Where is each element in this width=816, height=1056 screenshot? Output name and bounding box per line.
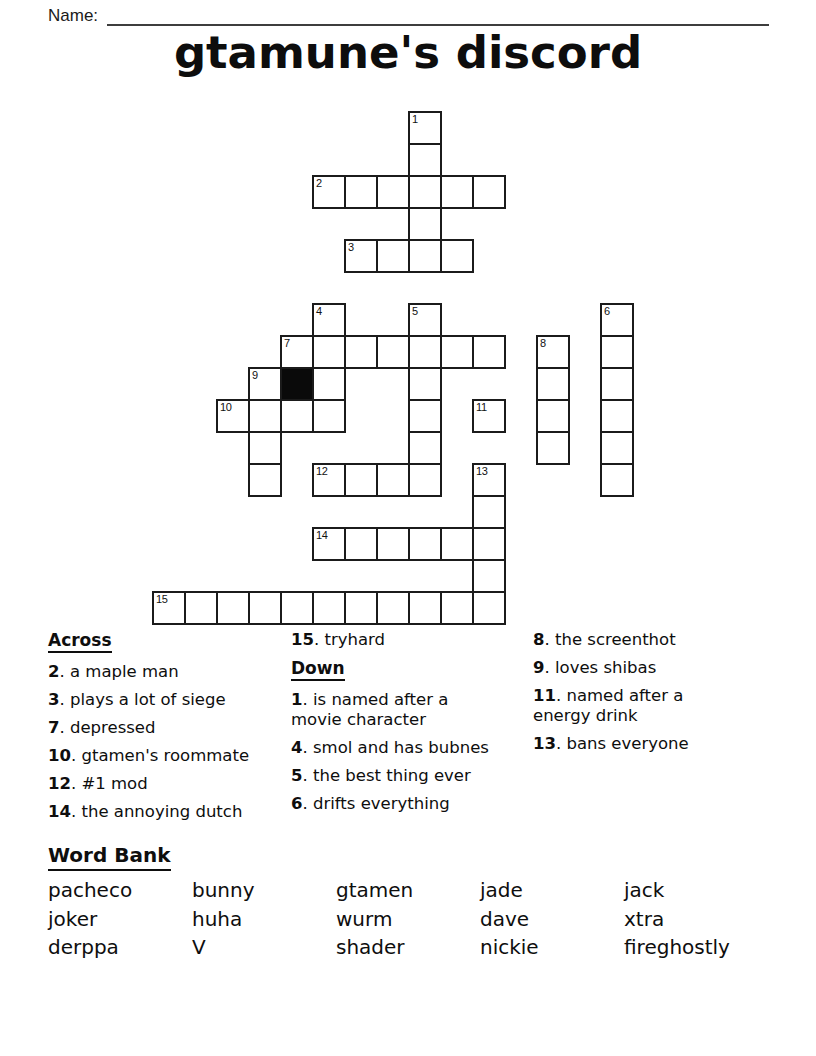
clues-heading-across-label: Across xyxy=(48,630,112,653)
grid-cell-r2c9[interactable] xyxy=(440,175,474,209)
grid-cell-r7c6[interactable] xyxy=(344,335,378,369)
word-bank-word-dave: dave xyxy=(480,907,624,936)
clue-down-9-text: . loves shibas xyxy=(544,658,656,677)
clue-down-5-number: 5 xyxy=(291,766,302,785)
clue-across-2-number: 2 xyxy=(48,662,59,681)
grid-cell-r15c9[interactable] xyxy=(440,591,474,625)
word-bank-word-nickie: nickie xyxy=(480,935,624,964)
clue-down-9-number: 9 xyxy=(533,658,544,677)
grid-cell-r7c10[interactable] xyxy=(472,335,506,369)
clue-across-15: 15. tryhard xyxy=(291,630,491,650)
clue-down-11: 11. named after a energy drink xyxy=(533,686,725,725)
clues-column-across: Across2. a maple man3. plays a lot of si… xyxy=(48,630,293,830)
clue-across-14-number: 14 xyxy=(48,802,71,821)
clue-down-13: 13. bans everyone xyxy=(533,734,725,754)
clue-down-8-number: 8 xyxy=(533,630,544,649)
grid-cell-r4c7[interactable] xyxy=(376,239,410,273)
clue-down-8: 8. the screenthot xyxy=(533,630,725,650)
clue-number-1: 1 xyxy=(412,113,418,125)
grid-cell-r9c8[interactable] xyxy=(408,399,442,433)
grid-cell-r8c12[interactable] xyxy=(536,367,570,401)
clue-across-7-text: . depressed xyxy=(59,718,155,737)
clue-across-15-text: . tryhard xyxy=(314,630,385,649)
grid-cell-r15c5[interactable] xyxy=(312,591,346,625)
grid-cell-r6c5[interactable]: 4 xyxy=(312,303,346,337)
clue-down-13-number: 13 xyxy=(533,734,556,753)
clue-number-8: 8 xyxy=(540,337,546,349)
grid-cell-r13c5[interactable]: 14 xyxy=(312,527,346,561)
grid-cell-r2c7[interactable] xyxy=(376,175,410,209)
clue-down-6-number: 6 xyxy=(291,794,302,813)
word-bank-words: pachecobunnygtamenjadejackjokerhuhawurmd… xyxy=(48,878,776,964)
clue-number-4: 4 xyxy=(316,305,322,317)
clue-down-5: 5. the best thing ever xyxy=(291,766,491,786)
clue-down-1: 1. is named after a movie character xyxy=(291,690,491,729)
clue-number-5: 5 xyxy=(412,305,418,317)
clue-across-10: 10. gtamen's roommate xyxy=(48,746,293,766)
clue-down-5-text: . the best thing ever xyxy=(302,766,470,785)
grid-cell-r10c12[interactable] xyxy=(536,431,570,465)
grid-cell-r13c7[interactable] xyxy=(376,527,410,561)
grid-cell-r11c10[interactable]: 13 xyxy=(472,463,506,497)
word-bank-word-xtra: xtra xyxy=(624,907,776,936)
grid-cell-r7c12[interactable]: 8 xyxy=(536,335,570,369)
word-bank-word-wurm: wurm xyxy=(336,907,480,936)
clue-across-12-text: . #1 mod xyxy=(71,774,148,793)
grid-cell-r2c8[interactable] xyxy=(408,175,442,209)
clue-across-7-number: 7 xyxy=(48,718,59,737)
clue-number-12: 12 xyxy=(316,465,328,477)
clue-down-8-text: . the screenthot xyxy=(544,630,675,649)
clue-down-9: 9. loves shibas xyxy=(533,658,725,678)
grid-cell-r3c8[interactable] xyxy=(408,207,442,241)
grid-cell-r11c6[interactable] xyxy=(344,463,378,497)
grid-cell-r9c14[interactable] xyxy=(600,399,634,433)
clues-heading-across: Across xyxy=(48,630,293,653)
grid-cell-r2c5[interactable]: 2 xyxy=(312,175,346,209)
puzzle-title: gtamune's discord xyxy=(0,26,816,79)
word-bank-word-jack: jack xyxy=(624,878,776,907)
grid-cell-r15c2[interactable] xyxy=(216,591,250,625)
clue-across-15-number: 15 xyxy=(291,630,314,649)
clue-down-13-text: . bans everyone xyxy=(556,734,689,753)
grid-cell-r2c6[interactable] xyxy=(344,175,378,209)
clue-number-3: 3 xyxy=(348,241,354,253)
grid-cell-r9c2[interactable]: 10 xyxy=(216,399,250,433)
grid-cell-r12c10[interactable] xyxy=(472,495,506,529)
word-bank-word-pacheco: pacheco xyxy=(48,878,192,907)
clue-across-10-text: . gtamen's roommate xyxy=(71,746,249,765)
grid-cell-r8c5[interactable] xyxy=(312,367,346,401)
clue-across-3-text: . plays a lot of siege xyxy=(59,690,225,709)
crossword-grid: 123456789101112131415 xyxy=(152,111,634,625)
grid-cell-r15c1[interactable] xyxy=(184,591,218,625)
grid-cell-r7c9[interactable] xyxy=(440,335,474,369)
grid-cell-r7c14[interactable] xyxy=(600,335,634,369)
blocked-cell xyxy=(280,367,314,401)
grid-cell-r9c4[interactable] xyxy=(280,399,314,433)
grid-cell-r9c10[interactable]: 11 xyxy=(472,399,506,433)
grid-cell-r15c3[interactable] xyxy=(248,591,282,625)
grid-cell-r2c10[interactable] xyxy=(472,175,506,209)
grid-cell-r15c10[interactable] xyxy=(472,591,506,625)
word-bank-word-huha: huha xyxy=(192,907,336,936)
clues-heading-down: Down xyxy=(291,658,491,681)
grid-cell-r11c14[interactable] xyxy=(600,463,634,497)
grid-cell-r11c7[interactable] xyxy=(376,463,410,497)
grid-cell-r11c8[interactable] xyxy=(408,463,442,497)
clue-across-2-text: . a maple man xyxy=(59,662,178,681)
word-bank-title: Word Bank xyxy=(48,843,171,871)
clue-number-6: 6 xyxy=(604,305,610,317)
grid-cell-r4c8[interactable] xyxy=(408,239,442,273)
word-bank-word-joker: joker xyxy=(48,907,192,936)
grid-cell-r13c10[interactable] xyxy=(472,527,506,561)
clue-across-14-text: . the annoying dutch xyxy=(71,802,242,821)
grid-cell-r9c12[interactable] xyxy=(536,399,570,433)
clues-heading-down-label: Down xyxy=(291,658,345,681)
clue-number-9: 9 xyxy=(252,369,258,381)
clue-down-6: 6. drifts everything xyxy=(291,794,491,814)
grid-cell-r14c10[interactable] xyxy=(472,559,506,593)
word-bank-word-shader: shader xyxy=(336,935,480,964)
grid-cell-r11c5[interactable]: 12 xyxy=(312,463,346,497)
clue-across-12: 12. #1 mod xyxy=(48,774,293,794)
clues-column-down-cont: 8. the screenthot9. loves shibas11. name… xyxy=(533,630,725,762)
grid-cell-r15c8[interactable] xyxy=(408,591,442,625)
clue-across-3-number: 3 xyxy=(48,690,59,709)
clue-across-3: 3. plays a lot of siege xyxy=(48,690,293,710)
word-bank-word-jade: jade xyxy=(480,878,624,907)
name-blank-line[interactable] xyxy=(107,3,769,26)
grid-cell-r7c7[interactable] xyxy=(376,335,410,369)
clue-down-1-number: 1 xyxy=(291,690,302,709)
grid-cell-r13c6[interactable] xyxy=(344,527,378,561)
grid-cell-r6c14[interactable]: 6 xyxy=(600,303,634,337)
word-bank-word-derppa: derppa xyxy=(48,935,192,964)
grid-cell-r13c8[interactable] xyxy=(408,527,442,561)
clue-number-2: 2 xyxy=(316,177,322,189)
grid-cell-r15c7[interactable] xyxy=(376,591,410,625)
grid-cell-r8c14[interactable] xyxy=(600,367,634,401)
grid-cell-r8c8[interactable] xyxy=(408,367,442,401)
grid-cell-r15c0[interactable]: 15 xyxy=(152,591,186,625)
grid-cell-r10c8[interactable] xyxy=(408,431,442,465)
grid-cell-r7c8[interactable] xyxy=(408,335,442,369)
clue-number-15: 15 xyxy=(156,593,168,605)
clue-number-13: 13 xyxy=(476,465,488,477)
grid-cell-r15c6[interactable] xyxy=(344,591,378,625)
clue-down-11-text: . named after a energy drink xyxy=(533,686,683,725)
clue-down-1-text: . is named after a movie character xyxy=(291,690,448,729)
clue-down-4: 4. smol and has bubnes xyxy=(291,738,491,758)
grid-cell-r8c3[interactable]: 9 xyxy=(248,367,282,401)
grid-cell-r4c6[interactable]: 3 xyxy=(344,239,378,273)
grid-cell-r0c8[interactable]: 1 xyxy=(408,111,442,145)
word-bank: Word Bank pachecobunnygtamenjadejackjoke… xyxy=(48,843,776,964)
clue-down-6-text: . drifts everything xyxy=(302,794,449,813)
grid-cell-r7c5[interactable] xyxy=(312,335,346,369)
grid-cell-r15c4[interactable] xyxy=(280,591,314,625)
clue-down-4-number: 4 xyxy=(291,738,302,757)
word-bank-word-bunny: bunny xyxy=(192,878,336,907)
grid-cell-r1c8[interactable] xyxy=(408,143,442,177)
clue-number-14: 14 xyxy=(316,529,328,541)
grid-cell-r10c3[interactable] xyxy=(248,431,282,465)
grid-cell-r9c5[interactable] xyxy=(312,399,346,433)
grid-cell-r6c8[interactable]: 5 xyxy=(408,303,442,337)
grid-cell-r9c3[interactable] xyxy=(248,399,282,433)
clue-across-14: 14. the annoying dutch xyxy=(48,802,293,822)
name-row: Name: xyxy=(48,3,769,26)
grid-cell-r10c14[interactable] xyxy=(600,431,634,465)
clue-number-11: 11 xyxy=(476,401,487,413)
word-bank-word-gtamen: gtamen xyxy=(336,878,480,907)
clue-number-10: 10 xyxy=(220,401,232,413)
grid-cell-r4c9[interactable] xyxy=(440,239,474,273)
clue-down-11-number: 11 xyxy=(533,686,556,705)
clues-column-middle: 15. tryhardDown1. is named after a movie… xyxy=(291,630,491,822)
clue-across-7: 7. depressed xyxy=(48,718,293,738)
clue-down-4-text: . smol and has bubnes xyxy=(302,738,488,757)
worksheet-page: Name: gtamune's discord 1234567891011121… xyxy=(0,0,816,1056)
clue-across-12-number: 12 xyxy=(48,774,71,793)
clue-across-2: 2. a maple man xyxy=(48,662,293,682)
name-label: Name: xyxy=(48,5,98,26)
clue-across-10-number: 10 xyxy=(48,746,71,765)
grid-cell-r11c3[interactable] xyxy=(248,463,282,497)
clue-number-7: 7 xyxy=(284,337,290,349)
grid-cell-r13c9[interactable] xyxy=(440,527,474,561)
word-bank-word-fireghostly: fireghostly xyxy=(624,935,776,964)
word-bank-word-V: V xyxy=(192,935,336,964)
grid-cell-r7c4[interactable]: 7 xyxy=(280,335,314,369)
